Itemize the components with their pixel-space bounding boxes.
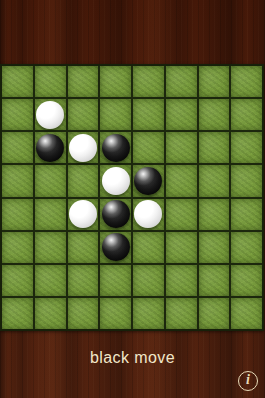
board-cell-d4[interactable] [100,165,131,196]
app-screen: black move i [0,0,265,398]
board-cell-a6[interactable] [2,232,33,263]
turn-indicator: black move [0,349,265,367]
black-disc [102,200,130,228]
board-cell-f4[interactable] [166,165,197,196]
board-cell-c7[interactable] [68,265,99,296]
board-cell-f8[interactable] [166,298,197,329]
board-cell-f5[interactable] [166,199,197,230]
info-button[interactable]: i [238,371,258,391]
board-cell-b4[interactable] [35,165,66,196]
board-cell-e5[interactable] [133,199,164,230]
board-cell-f6[interactable] [166,232,197,263]
black-disc [36,134,64,162]
board-cell-h1[interactable] [231,66,262,97]
board-cell-d7[interactable] [100,265,131,296]
info-icon: i [246,373,250,387]
board-cell-a5[interactable] [2,199,33,230]
board-cell-b5[interactable] [35,199,66,230]
white-disc [102,167,130,195]
board-cell-a4[interactable] [2,165,33,196]
board-cell-a8[interactable] [2,298,33,329]
board-cell-g3[interactable] [199,132,230,163]
board-cell-g7[interactable] [199,265,230,296]
board-cell-g6[interactable] [199,232,230,263]
board-cell-e8[interactable] [133,298,164,329]
board-cell-c4[interactable] [68,165,99,196]
board-cell-d1[interactable] [100,66,131,97]
board-cell-e7[interactable] [133,265,164,296]
black-disc [102,134,130,162]
board-cell-a3[interactable] [2,132,33,163]
board-cell-d6[interactable] [100,232,131,263]
board-cell-b3[interactable] [35,132,66,163]
board-cell-c1[interactable] [68,66,99,97]
board-cell-c5[interactable] [68,199,99,230]
board-cell-h2[interactable] [231,99,262,130]
white-disc [134,200,162,228]
board-cell-g5[interactable] [199,199,230,230]
white-disc [69,134,97,162]
black-disc [134,167,162,195]
board-cell-h7[interactable] [231,265,262,296]
board-cell-b2[interactable] [35,99,66,130]
board-cell-f7[interactable] [166,265,197,296]
black-disc [102,233,130,261]
board-cell-h3[interactable] [231,132,262,163]
board-cell-c2[interactable] [68,99,99,130]
board-cell-h6[interactable] [231,232,262,263]
board-cell-a7[interactable] [2,265,33,296]
board-cell-g2[interactable] [199,99,230,130]
board-cell-h4[interactable] [231,165,262,196]
board-cell-e6[interactable] [133,232,164,263]
board-cell-e4[interactable] [133,165,164,196]
board-cell-d2[interactable] [100,99,131,130]
board-cell-a1[interactable] [2,66,33,97]
board-cell-e2[interactable] [133,99,164,130]
othello-board [0,64,264,331]
board-cell-g4[interactable] [199,165,230,196]
board-cell-b6[interactable] [35,232,66,263]
board-cell-d3[interactable] [100,132,131,163]
board-cell-c8[interactable] [68,298,99,329]
board-cell-e3[interactable] [133,132,164,163]
white-disc [69,200,97,228]
board-cell-a2[interactable] [2,99,33,130]
board-cell-f3[interactable] [166,132,197,163]
board-cell-c6[interactable] [68,232,99,263]
board-cell-d8[interactable] [100,298,131,329]
board-cell-c3[interactable] [68,132,99,163]
board-cell-f2[interactable] [166,99,197,130]
board-cell-b1[interactable] [35,66,66,97]
board-cell-e1[interactable] [133,66,164,97]
board-cell-g1[interactable] [199,66,230,97]
board-cell-g8[interactable] [199,298,230,329]
board-cell-f1[interactable] [166,66,197,97]
board-cell-h5[interactable] [231,199,262,230]
white-disc [36,101,64,129]
board-cell-b7[interactable] [35,265,66,296]
board-cell-d5[interactable] [100,199,131,230]
board-cell-b8[interactable] [35,298,66,329]
board-cell-h8[interactable] [231,298,262,329]
